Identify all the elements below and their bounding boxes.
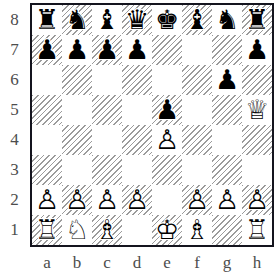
square-f3[interactable] (182, 155, 212, 185)
square-d8[interactable]: ♛♛ (122, 5, 152, 35)
square-f7[interactable] (182, 35, 212, 65)
black-pawn[interactable]: ♟ (92, 35, 122, 65)
square-c4[interactable] (92, 125, 122, 155)
white-bishop[interactable]: ♗ (92, 215, 122, 245)
square-a8[interactable]: ♜♜ (32, 5, 62, 35)
square-h7[interactable]: ♟♟ (242, 35, 272, 65)
square-g5[interactable] (212, 95, 242, 125)
square-b1[interactable]: ♞♘ (62, 215, 92, 245)
rank-label-5: 5 (0, 95, 29, 125)
black-queen[interactable]: ♛ (122, 5, 152, 35)
square-a2[interactable]: ♟♙ (32, 185, 62, 215)
rank-labels: 87654321 (0, 5, 29, 245)
file-label-a: a (32, 249, 62, 277)
square-c1[interactable]: ♝♗ (92, 215, 122, 245)
square-d4[interactable] (122, 125, 152, 155)
square-b6[interactable] (62, 65, 92, 95)
file-labels: abcdefgh (30, 249, 274, 277)
white-pawn[interactable]: ♙ (62, 185, 92, 215)
file-label-e: e (152, 249, 182, 277)
square-b4[interactable] (62, 125, 92, 155)
white-pawn[interactable]: ♙ (152, 125, 182, 155)
white-pawn[interactable]: ♙ (32, 185, 62, 215)
square-e5[interactable]: ♟♟ (152, 95, 182, 125)
square-c3[interactable] (92, 155, 122, 185)
square-d7[interactable]: ♟♟ (122, 35, 152, 65)
rank-label-3: 3 (0, 155, 29, 185)
square-h8[interactable]: ♜♜ (242, 5, 272, 35)
rank-label-7: 7 (0, 35, 29, 65)
chess-diagram: 87654321 ♜♜♞♞♝♝♛♛♚♚♝♝♞♞♜♜♟♟♟♟♟♟♟♟♟♟♟♟♟♟♛… (0, 0, 279, 280)
square-e3[interactable] (152, 155, 182, 185)
square-g6[interactable]: ♟♟ (212, 65, 242, 95)
square-h4[interactable] (242, 125, 272, 155)
square-g2[interactable]: ♟♙ (212, 185, 242, 215)
white-queen[interactable]: ♕ (242, 95, 272, 125)
black-knight[interactable]: ♞ (212, 5, 242, 35)
file-label-h: h (242, 249, 272, 277)
square-f6[interactable] (182, 65, 212, 95)
black-pawn[interactable]: ♟ (62, 35, 92, 65)
square-f1[interactable]: ♝♗ (182, 215, 212, 245)
square-h1[interactable]: ♜♖ (242, 215, 272, 245)
black-rook[interactable]: ♜ (32, 5, 62, 35)
file-label-c: c (92, 249, 122, 277)
square-e4[interactable]: ♟♙ (152, 125, 182, 155)
black-bishop[interactable]: ♝ (92, 5, 122, 35)
square-d2[interactable]: ♟♙ (122, 185, 152, 215)
rank-label-1: 1 (0, 215, 29, 245)
square-a1[interactable]: ♜♖ (32, 215, 62, 245)
white-pawn[interactable]: ♙ (122, 185, 152, 215)
square-d6[interactable] (122, 65, 152, 95)
square-a3[interactable] (32, 155, 62, 185)
square-b8[interactable]: ♞♞ (62, 5, 92, 35)
rank-label-6: 6 (0, 65, 29, 95)
square-g3[interactable] (212, 155, 242, 185)
square-e6[interactable] (152, 65, 182, 95)
square-e7[interactable] (152, 35, 182, 65)
square-f8[interactable]: ♝♝ (182, 5, 212, 35)
square-a7[interactable]: ♟♟ (32, 35, 62, 65)
black-pawn[interactable]: ♟ (122, 35, 152, 65)
square-g4[interactable] (212, 125, 242, 155)
square-a4[interactable] (32, 125, 62, 155)
square-f4[interactable] (182, 125, 212, 155)
square-c2[interactable]: ♟♙ (92, 185, 122, 215)
square-a6[interactable] (32, 65, 62, 95)
square-g7[interactable] (212, 35, 242, 65)
black-knight[interactable]: ♞ (62, 5, 92, 35)
black-rook[interactable]: ♜ (242, 5, 272, 35)
white-rook[interactable]: ♖ (242, 215, 272, 245)
square-h6[interactable] (242, 65, 272, 95)
square-e8[interactable]: ♚♚ (152, 5, 182, 35)
square-h2[interactable]: ♟♙ (242, 185, 272, 215)
white-king[interactable]: ♔ (152, 215, 182, 245)
white-rook[interactable]: ♖ (32, 215, 62, 245)
square-e2[interactable] (152, 185, 182, 215)
square-g1[interactable] (212, 215, 242, 245)
square-d1[interactable] (122, 215, 152, 245)
square-b2[interactable]: ♟♙ (62, 185, 92, 215)
file-label-f: f (182, 249, 212, 277)
square-b5[interactable] (62, 95, 92, 125)
white-pawn[interactable]: ♙ (182, 185, 212, 215)
black-pawn[interactable]: ♟ (212, 65, 242, 95)
square-h5[interactable]: ♛♕ (242, 95, 272, 125)
square-a5[interactable] (32, 95, 62, 125)
square-c7[interactable]: ♟♟ (92, 35, 122, 65)
black-king[interactable]: ♚ (152, 5, 182, 35)
white-pawn[interactable]: ♙ (242, 185, 272, 215)
square-h3[interactable] (242, 155, 272, 185)
square-f5[interactable] (182, 95, 212, 125)
black-bishop[interactable]: ♝ (182, 5, 212, 35)
black-pawn[interactable]: ♟ (152, 95, 182, 125)
square-e1[interactable]: ♚♔ (152, 215, 182, 245)
file-label-g: g (212, 249, 242, 277)
rank-label-8: 8 (0, 5, 29, 35)
rank-label-2: 2 (0, 185, 29, 215)
white-bishop[interactable]: ♗ (182, 215, 212, 245)
square-d3[interactable] (122, 155, 152, 185)
white-knight[interactable]: ♘ (62, 215, 92, 245)
rank-label-4: 4 (0, 125, 29, 155)
file-label-d: d (122, 249, 152, 277)
square-b7[interactable]: ♟♟ (62, 35, 92, 65)
square-c5[interactable] (92, 95, 122, 125)
black-pawn[interactable]: ♟ (242, 35, 272, 65)
square-f2[interactable]: ♟♙ (182, 185, 212, 215)
square-c6[interactable] (92, 65, 122, 95)
white-pawn[interactable]: ♙ (92, 185, 122, 215)
square-g8[interactable]: ♞♞ (212, 5, 242, 35)
black-pawn[interactable]: ♟ (32, 35, 62, 65)
file-label-b: b (62, 249, 92, 277)
chess-board[interactable]: ♜♜♞♞♝♝♛♛♚♚♝♝♞♞♜♜♟♟♟♟♟♟♟♟♟♟♟♟♟♟♛♕♟♙♟♙♟♙♟♙… (30, 3, 274, 247)
white-pawn[interactable]: ♙ (212, 185, 242, 215)
square-d5[interactable] (122, 95, 152, 125)
square-b3[interactable] (62, 155, 92, 185)
square-c8[interactable]: ♝♝ (92, 5, 122, 35)
